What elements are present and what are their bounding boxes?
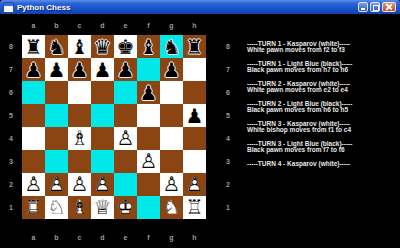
- square-e4[interactable]: ♟♙: [114, 127, 137, 150]
- rank-label-right-4: 4: [222, 127, 234, 150]
- white-bishop-c4: ♝♗: [68, 127, 91, 150]
- close-icon: [386, 4, 392, 10]
- black-queen-d8: ♛: [91, 35, 114, 58]
- chess-board: ♜♞♝♛♚♝♞♜♟♟♟♟♟♟♟♟♝♗♟♙♟♙♟♙♟♙♟♙♟♙♟♙♟♙♜♖♞♘♝♗…: [22, 35, 206, 219]
- move-log-entry-7: -----TURN 4 - Kasparov (white)-----: [247, 161, 352, 167]
- square-a6[interactable]: [22, 81, 45, 104]
- square-f8[interactable]: ♝: [137, 35, 160, 58]
- square-a8[interactable]: ♜: [22, 35, 45, 58]
- black-bishop-f8: ♝: [137, 35, 160, 58]
- square-b4[interactable]: [45, 127, 68, 150]
- black-pawn-e7: ♟: [114, 58, 137, 81]
- client-area: aabbccddeeffgghh8877665544332211 ♜♞♝♛♚♝♞…: [0, 14, 400, 248]
- square-a7[interactable]: ♟: [22, 58, 45, 81]
- square-h7[interactable]: [183, 58, 206, 81]
- square-h4[interactable]: [183, 127, 206, 150]
- square-g3[interactable]: [160, 150, 183, 173]
- square-e6[interactable]: [114, 81, 137, 104]
- square-e8[interactable]: ♚: [114, 35, 137, 58]
- python-chess-window: Python Chess aabbccddeeffgghh88776655443…: [0, 0, 400, 248]
- move-text: Black pawn moves from h7 to h6: [247, 67, 352, 73]
- white-knight-g1: ♞♘: [160, 196, 183, 219]
- rank-label-left-6: 6: [5, 81, 17, 104]
- black-king-e8: ♚: [114, 35, 137, 58]
- black-rook-a8: ♜: [22, 35, 45, 58]
- move-log-entry-1: -----TURN 1 - Kasparov (white)-----White…: [247, 41, 352, 53]
- square-g8[interactable]: ♞: [160, 35, 183, 58]
- rank-label-left-1: 1: [5, 196, 17, 219]
- window-title: Python Chess: [17, 3, 358, 12]
- square-c7[interactable]: ♟: [68, 58, 91, 81]
- square-f6[interactable]: ♟: [137, 81, 160, 104]
- square-e3[interactable]: [114, 150, 137, 173]
- white-pawn-a2: ♟♙: [22, 173, 45, 196]
- file-label-bottom-d: d: [91, 234, 114, 242]
- minimize-button[interactable]: [358, 2, 368, 12]
- file-label-top-a: a: [22, 22, 45, 30]
- rank-label-left-4: 4: [5, 127, 17, 150]
- file-label-bottom-f: f: [137, 234, 160, 242]
- maximize-icon: [373, 5, 379, 11]
- square-e2[interactable]: [114, 173, 137, 196]
- square-c2[interactable]: ♟♙: [68, 173, 91, 196]
- square-f3[interactable]: ♟♙: [137, 150, 160, 173]
- square-f4[interactable]: [137, 127, 160, 150]
- white-rook-a1: ♜♖: [22, 196, 45, 219]
- black-pawn-c7: ♟: [68, 58, 91, 81]
- rank-label-left-3: 3: [5, 150, 17, 173]
- black-pawn-a7: ♟: [22, 58, 45, 81]
- square-c5[interactable]: [68, 104, 91, 127]
- rank-label-left-2: 2: [5, 173, 17, 196]
- square-b8[interactable]: ♞: [45, 35, 68, 58]
- square-a2[interactable]: ♟♙: [22, 173, 45, 196]
- square-d6[interactable]: [91, 81, 114, 104]
- square-d4[interactable]: [91, 127, 114, 150]
- square-b1[interactable]: ♞♘: [45, 196, 68, 219]
- file-label-top-d: d: [91, 22, 114, 30]
- square-f5[interactable]: [137, 104, 160, 127]
- move-log-entry-4: -----TURN 2 - Light Blue (black)-----Bla…: [247, 101, 352, 113]
- square-b5[interactable]: [45, 104, 68, 127]
- square-f1[interactable]: [137, 196, 160, 219]
- white-knight-b1: ♞♘: [45, 196, 68, 219]
- rank-label-right-6: 6: [222, 81, 234, 104]
- file-label-top-g: g: [160, 22, 183, 30]
- app-icon[interactable]: [3, 2, 14, 13]
- window-controls: [358, 2, 396, 12]
- square-g1[interactable]: ♞♘: [160, 196, 183, 219]
- square-g6[interactable]: [160, 81, 183, 104]
- square-d2[interactable]: ♟♙: [91, 173, 114, 196]
- black-knight-b8: ♞: [45, 35, 68, 58]
- square-d3[interactable]: [91, 150, 114, 173]
- square-e7[interactable]: ♟: [114, 58, 137, 81]
- black-bishop-c8: ♝: [68, 35, 91, 58]
- rank-label-right-2: 2: [222, 173, 234, 196]
- white-pawn-f3: ♟♙: [137, 150, 160, 173]
- move-text: White pawn moves from e2 to e4: [247, 87, 352, 93]
- square-d7[interactable]: ♟: [91, 58, 114, 81]
- square-b2[interactable]: ♟♙: [45, 173, 68, 196]
- file-label-top-e: e: [114, 22, 137, 30]
- square-h6[interactable]: [183, 81, 206, 104]
- black-knight-g8: ♞: [160, 35, 183, 58]
- rank-label-left-5: 5: [5, 104, 17, 127]
- square-c3[interactable]: [68, 150, 91, 173]
- black-pawn-b7: ♟: [45, 58, 68, 81]
- square-d8[interactable]: ♛: [91, 35, 114, 58]
- square-c6[interactable]: [68, 81, 91, 104]
- turn-header: -----TURN 4 - Kasparov (white)-----: [247, 161, 352, 167]
- square-c8[interactable]: ♝: [68, 35, 91, 58]
- square-g7[interactable]: ♟: [160, 58, 183, 81]
- white-pawn-h2: ♟♙: [183, 173, 206, 196]
- white-pawn-e4: ♟♙: [114, 127, 137, 150]
- square-a1[interactable]: ♜♖: [22, 196, 45, 219]
- file-label-bottom-e: e: [114, 234, 137, 242]
- square-h3[interactable]: [183, 150, 206, 173]
- rank-label-left-8: 8: [5, 35, 17, 58]
- square-b3[interactable]: [45, 150, 68, 173]
- square-g5[interactable]: [160, 104, 183, 127]
- square-d5[interactable]: [91, 104, 114, 127]
- square-a5[interactable]: [22, 104, 45, 127]
- square-f2[interactable]: [137, 173, 160, 196]
- move-log: -----TURN 1 - Kasparov (white)-----White…: [247, 41, 352, 175]
- move-log-entry-6: -----TURN 3 - Light Blue (black)-----Bla…: [247, 141, 352, 153]
- white-king-e1: ♚♔: [114, 196, 137, 219]
- white-bishop-c1: ♝♗: [68, 196, 91, 219]
- black-pawn-h5: ♟: [183, 104, 206, 127]
- square-a3[interactable]: [22, 150, 45, 173]
- square-a4[interactable]: [22, 127, 45, 150]
- move-log-entry-3: -----TURN 2 - Kasparov (white)-----White…: [247, 81, 352, 93]
- move-text: White bishop moves from f1 to c4: [247, 127, 352, 133]
- square-h2[interactable]: ♟♙: [183, 173, 206, 196]
- square-h1[interactable]: ♜♖: [183, 196, 206, 219]
- move-log-entry-5: -----TURN 3 - Kasparov (white)-----White…: [247, 121, 352, 133]
- square-f7[interactable]: [137, 58, 160, 81]
- square-c4[interactable]: ♝♗: [68, 127, 91, 150]
- file-label-bottom-h: h: [183, 234, 206, 242]
- maximize-button[interactable]: [370, 2, 380, 12]
- rank-label-right-7: 7: [222, 58, 234, 81]
- square-b7[interactable]: ♟: [45, 58, 68, 81]
- file-label-bottom-a: a: [22, 234, 45, 242]
- rank-label-right-8: 8: [222, 35, 234, 58]
- square-e5[interactable]: [114, 104, 137, 127]
- white-queen-d1: ♛♕: [91, 196, 114, 219]
- square-g4[interactable]: [160, 127, 183, 150]
- square-c1[interactable]: ♝♗: [68, 196, 91, 219]
- title-bar: Python Chess: [0, 0, 400, 14]
- black-pawn-d7: ♟: [91, 58, 114, 81]
- file-label-top-b: b: [45, 22, 68, 30]
- black-pawn-g7: ♟: [160, 58, 183, 81]
- rank-label-left-7: 7: [5, 58, 17, 81]
- rank-label-right-1: 1: [222, 196, 234, 219]
- black-pawn-f6: ♟: [137, 81, 160, 104]
- white-rook-h1: ♜♖: [183, 196, 206, 219]
- white-pawn-b2: ♟♙: [45, 173, 68, 196]
- move-text: White pawn moves from f2 to f3: [247, 47, 352, 53]
- move-text: Black pawn moves from h6 to h5: [247, 107, 352, 113]
- black-rook-h8: ♜: [183, 35, 206, 58]
- file-label-top-f: f: [137, 22, 160, 30]
- move-log-entry-2: -----TURN 1 - Light Blue (black)-----Bla…: [247, 61, 352, 73]
- white-pawn-g2: ♟♙: [160, 173, 183, 196]
- square-h5[interactable]: ♟: [183, 104, 206, 127]
- square-h8[interactable]: ♜: [183, 35, 206, 58]
- file-label-top-c: c: [68, 22, 91, 30]
- file-label-bottom-b: b: [45, 234, 68, 242]
- white-pawn-c2: ♟♙: [68, 173, 91, 196]
- minimize-icon: [361, 8, 365, 10]
- square-g2[interactable]: ♟♙: [160, 173, 183, 196]
- square-d1[interactable]: ♛♕: [91, 196, 114, 219]
- file-label-bottom-c: c: [68, 234, 91, 242]
- rank-label-right-3: 3: [222, 150, 234, 173]
- white-pawn-d2: ♟♙: [91, 173, 114, 196]
- rank-label-right-5: 5: [222, 104, 234, 127]
- file-label-top-h: h: [183, 22, 206, 30]
- close-button[interactable]: [382, 2, 396, 12]
- square-e1[interactable]: ♚♔: [114, 196, 137, 219]
- square-b6[interactable]: [45, 81, 68, 104]
- file-label-bottom-g: g: [160, 234, 183, 242]
- move-text: Black pawn moves from f7 to f6: [247, 147, 352, 153]
